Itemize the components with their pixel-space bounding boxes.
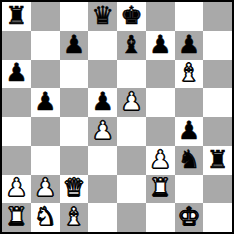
square-f5[interactable] (146, 88, 175, 117)
square-f4[interactable] (146, 117, 175, 146)
square-d1[interactable] (88, 203, 117, 232)
square-g6[interactable]: ♝ (175, 60, 204, 89)
white-bishop-icon: ♝ (63, 204, 85, 229)
square-f8[interactable] (146, 2, 175, 31)
square-h4[interactable] (203, 117, 232, 146)
square-e4[interactable] (117, 117, 146, 146)
square-a3[interactable] (2, 146, 31, 175)
square-h3[interactable]: ♜ (203, 146, 232, 175)
square-a6[interactable]: ♟ (2, 60, 31, 89)
square-h8[interactable] (203, 2, 232, 31)
black-pawn-icon: ♟ (178, 118, 200, 143)
black-pawn-icon: ♟ (5, 60, 27, 85)
square-e8[interactable]: ♚ (117, 2, 146, 31)
square-a8[interactable]: ♜ (2, 2, 31, 31)
square-d7[interactable] (88, 31, 117, 60)
square-h5[interactable] (203, 88, 232, 117)
square-c2[interactable]: ♛ (60, 175, 89, 204)
black-knight-icon: ♞ (178, 147, 200, 172)
square-f1[interactable] (146, 203, 175, 232)
square-g4[interactable]: ♟ (175, 117, 204, 146)
square-h7[interactable] (203, 31, 232, 60)
square-e5[interactable]: ♟ (117, 88, 146, 117)
white-bishop-icon: ♝ (178, 60, 200, 85)
square-f2[interactable]: ♜ (146, 175, 175, 204)
square-f3[interactable]: ♟ (146, 146, 175, 175)
chess-board: ♜♛♚♟♝♟♟♟♝♟♟♟♟♟♟♞♜♟♟♛♜♜♞♝♚ (2, 2, 232, 232)
black-king-icon: ♚ (120, 3, 142, 28)
square-c5[interactable] (60, 88, 89, 117)
white-knight-icon: ♞ (34, 204, 56, 229)
white-pawn-icon: ♟ (120, 89, 142, 114)
black-pawn-icon: ♟ (91, 89, 113, 114)
white-rook-icon: ♜ (149, 175, 171, 200)
square-a5[interactable] (2, 88, 31, 117)
square-d3[interactable] (88, 146, 117, 175)
black-pawn-icon: ♟ (63, 32, 85, 57)
square-f7[interactable]: ♟ (146, 31, 175, 60)
black-rook-icon: ♜ (5, 3, 27, 28)
chess-board-frame: ♜♛♚♟♝♟♟♟♝♟♟♟♟♟♟♞♜♟♟♛♜♜♞♝♚ (0, 0, 234, 234)
white-pawn-icon: ♟ (149, 147, 171, 172)
square-c7[interactable]: ♟ (60, 31, 89, 60)
square-e7[interactable]: ♝ (117, 31, 146, 60)
white-queen-icon: ♛ (63, 175, 85, 200)
square-d6[interactable] (88, 60, 117, 89)
square-b4[interactable] (31, 117, 60, 146)
square-b3[interactable] (31, 146, 60, 175)
square-f6[interactable] (146, 60, 175, 89)
black-queen-icon: ♛ (91, 3, 113, 28)
white-pawn-icon: ♟ (5, 175, 27, 200)
square-b5[interactable]: ♟ (31, 88, 60, 117)
square-h1[interactable] (203, 203, 232, 232)
black-bishop-icon: ♝ (120, 32, 142, 57)
square-c4[interactable] (60, 117, 89, 146)
white-rook-icon: ♜ (5, 204, 27, 229)
square-b7[interactable] (31, 31, 60, 60)
square-g7[interactable]: ♟ (175, 31, 204, 60)
black-pawn-icon: ♟ (149, 32, 171, 57)
square-c1[interactable]: ♝ (60, 203, 89, 232)
square-e6[interactable] (117, 60, 146, 89)
white-pawn-icon: ♟ (34, 175, 56, 200)
square-g5[interactable] (175, 88, 204, 117)
square-a7[interactable] (2, 31, 31, 60)
square-g1[interactable]: ♚ (175, 203, 204, 232)
square-b6[interactable] (31, 60, 60, 89)
square-h2[interactable] (203, 175, 232, 204)
black-rook-icon: ♜ (206, 147, 228, 172)
square-c6[interactable] (60, 60, 89, 89)
square-h6[interactable] (203, 60, 232, 89)
square-g2[interactable] (175, 175, 204, 204)
square-d5[interactable]: ♟ (88, 88, 117, 117)
square-b8[interactable] (31, 2, 60, 31)
square-a4[interactable] (2, 117, 31, 146)
square-e1[interactable] (117, 203, 146, 232)
white-pawn-icon: ♟ (91, 118, 113, 143)
black-pawn-icon: ♟ (34, 89, 56, 114)
square-e2[interactable] (117, 175, 146, 204)
square-d4[interactable]: ♟ (88, 117, 117, 146)
square-d2[interactable] (88, 175, 117, 204)
square-a1[interactable]: ♜ (2, 203, 31, 232)
square-g3[interactable]: ♞ (175, 146, 204, 175)
square-g8[interactable] (175, 2, 204, 31)
black-pawn-icon: ♟ (178, 32, 200, 57)
square-b1[interactable]: ♞ (31, 203, 60, 232)
square-c3[interactable] (60, 146, 89, 175)
square-d8[interactable]: ♛ (88, 2, 117, 31)
square-a2[interactable]: ♟ (2, 175, 31, 204)
square-c8[interactable] (60, 2, 89, 31)
white-king-icon: ♚ (178, 204, 200, 229)
square-b2[interactable]: ♟ (31, 175, 60, 204)
square-e3[interactable] (117, 146, 146, 175)
